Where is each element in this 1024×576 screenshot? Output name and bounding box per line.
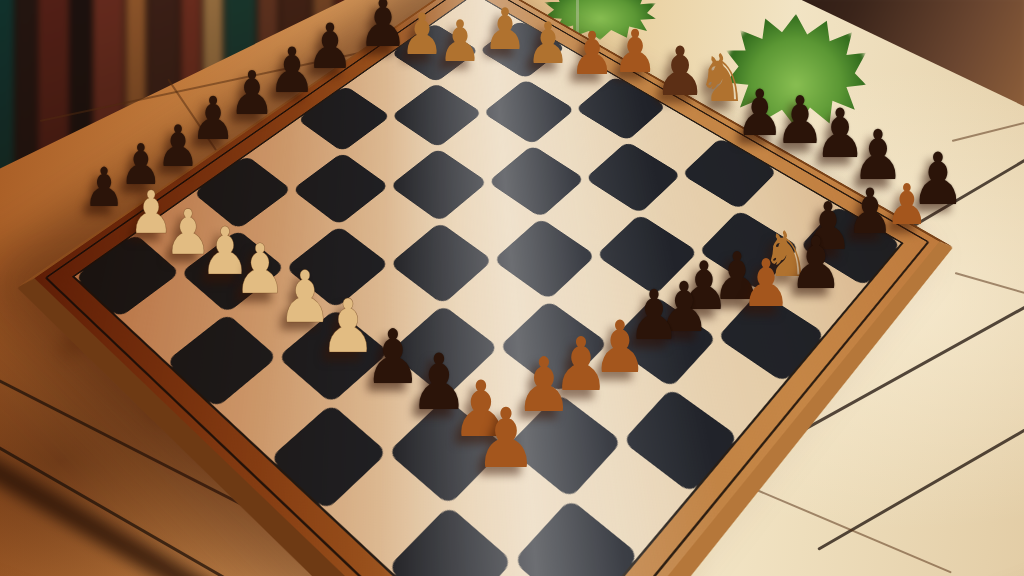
piece-dark-pawn[interactable]: ♟ xyxy=(268,39,316,102)
piece-amber-pawn[interactable]: ♟ xyxy=(475,397,538,480)
piece-amber-pawn[interactable]: ♟ xyxy=(741,251,791,317)
piece-dark-pawn[interactable]: ♟ xyxy=(83,161,124,215)
piece-tan-pawn[interactable]: ♟ xyxy=(526,15,570,72)
piece-dark-pawn[interactable]: ♟ xyxy=(789,227,844,299)
pieces-layer: ♟♟♟♟♟♟♟♟♟♟♟♟♟♟♟♞♟♟♟♟♟♟♟♟♟♞♟♟♟♟♟♟♟♟♟♟♟♟♟♟… xyxy=(0,0,1024,576)
photo-chess-scene: ♟♟♟♟♟♟♟♟♟♟♟♟♟♟♟♞♟♟♟♟♟♟♟♟♟♞♟♟♟♟♟♟♟♟♟♟♟♟♟♟… xyxy=(0,0,1024,576)
piece-amber-pawn[interactable]: ♟ xyxy=(612,22,657,81)
piece-amber-pawn[interactable]: ♟ xyxy=(569,24,614,83)
piece-tan-pawn[interactable]: ♟ xyxy=(438,13,482,70)
piece-dark-pawn[interactable]: ♟ xyxy=(229,63,275,123)
piece-tan-pawn[interactable]: ♟ xyxy=(483,1,527,58)
